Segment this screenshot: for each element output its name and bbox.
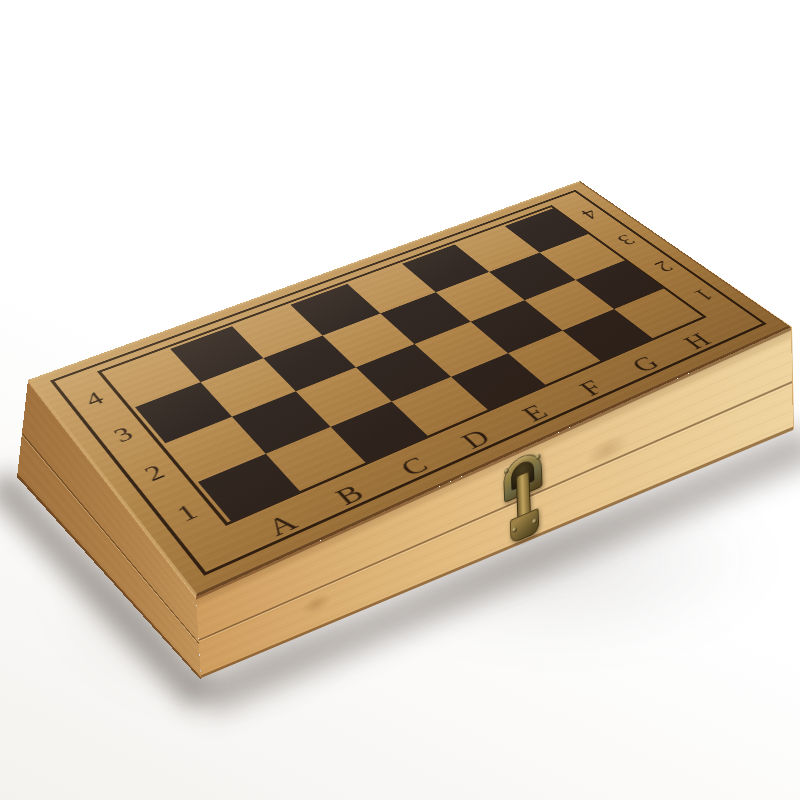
clasp-latch <box>495 444 552 550</box>
product-photo-scene: ABCDEFGH 4321 4321 <box>0 0 800 800</box>
clasp-catch-plate <box>510 508 540 544</box>
